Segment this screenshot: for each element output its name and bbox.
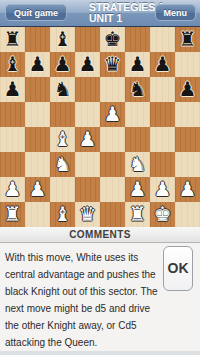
square-a5[interactable] [0, 102, 25, 127]
square-g1[interactable]: ♚ [150, 202, 175, 227]
square-c4[interactable]: ♝ [50, 127, 75, 152]
black-bishop: ♝ [50, 27, 75, 52]
square-b2[interactable]: ♟ [25, 177, 50, 202]
menu-button[interactable]: Menu [155, 4, 197, 21]
square-d3[interactable] [75, 152, 100, 177]
white-pawn: ♟ [0, 177, 25, 202]
square-h1[interactable] [175, 202, 200, 227]
square-b3[interactable] [25, 152, 50, 177]
square-e8[interactable]: ♚ [100, 27, 125, 52]
square-f1[interactable]: ♜ [125, 202, 150, 227]
square-d8[interactable] [75, 27, 100, 52]
square-d7[interactable]: ♟ [75, 52, 100, 77]
quit-game-button[interactable]: Quit game [5, 4, 67, 21]
square-a1[interactable]: ♜ [0, 202, 25, 227]
white-king: ♚ [150, 202, 175, 227]
square-h5[interactable] [175, 102, 200, 127]
square-h4[interactable] [175, 127, 200, 152]
square-b7[interactable]: ♟ [25, 52, 50, 77]
black-pawn: ♟ [150, 52, 175, 77]
square-f2[interactable]: ♟ [125, 177, 150, 202]
white-rook: ♜ [125, 202, 150, 227]
square-a8[interactable]: ♜ [0, 27, 25, 52]
square-b5[interactable] [25, 102, 50, 127]
black-pawn: ♟ [50, 52, 75, 77]
square-b1[interactable] [25, 202, 50, 227]
black-king: ♚ [100, 27, 125, 52]
square-c5[interactable] [50, 102, 75, 127]
square-b8[interactable] [25, 27, 50, 52]
square-d4[interactable]: ♟ [75, 127, 100, 152]
square-e3[interactable] [100, 152, 125, 177]
square-c2[interactable] [50, 177, 75, 202]
square-d1[interactable]: ♛ [75, 202, 100, 227]
page-title: STRATEGIES 1 UNIT 1 [89, 2, 164, 24]
white-knight: ♞ [50, 152, 75, 177]
square-c3[interactable]: ♞ [50, 152, 75, 177]
square-e7[interactable]: ♛ [100, 52, 125, 77]
square-c1[interactable]: ♝ [50, 202, 75, 227]
bottom-strip [0, 351, 200, 355]
black-queen: ♛ [100, 52, 125, 77]
square-h2[interactable]: ♟ [175, 177, 200, 202]
square-h8[interactable]: ♜ [175, 27, 200, 52]
square-d5[interactable] [75, 102, 100, 127]
square-c7[interactable]: ♟ [50, 52, 75, 77]
square-a4[interactable] [0, 127, 25, 152]
square-a2[interactable]: ♟ [0, 177, 25, 202]
black-knight: ♞ [125, 77, 150, 102]
square-f7[interactable]: ♟ [125, 52, 150, 77]
square-h6[interactable]: ♟ [175, 77, 200, 102]
page-title-line2: UNIT 1 [89, 13, 164, 24]
comments-header: COMMENTS [0, 227, 200, 243]
comment-text: With this move, White uses its central a… [5, 252, 158, 348]
square-f3[interactable]: ♞ [125, 152, 150, 177]
square-f5[interactable] [125, 102, 150, 127]
black-bishop: ♝ [0, 52, 25, 77]
black-rook: ♜ [0, 27, 25, 52]
square-e1[interactable] [100, 202, 125, 227]
black-pawn: ♟ [125, 52, 150, 77]
square-a3[interactable] [0, 152, 25, 177]
square-g4[interactable] [150, 127, 175, 152]
comments-header-label: COMMENTS [69, 229, 131, 240]
white-pawn: ♟ [75, 127, 100, 152]
white-bishop: ♝ [50, 202, 75, 227]
black-pawn: ♟ [0, 77, 25, 102]
square-d6[interactable] [75, 77, 100, 102]
square-g8[interactable] [150, 27, 175, 52]
square-c6[interactable]: ♞ [50, 77, 75, 102]
black-pawn: ♟ [75, 52, 100, 77]
square-e5[interactable]: ♟ [100, 102, 125, 127]
comment-panel: With this move, White uses its central a… [0, 243, 200, 351]
square-a6[interactable]: ♟ [0, 77, 25, 102]
square-h3[interactable] [175, 152, 200, 177]
square-g5[interactable] [150, 102, 175, 127]
white-pawn: ♟ [175, 177, 200, 202]
black-pawn: ♟ [25, 52, 50, 77]
nav-bar: Quit game STRATEGIES 1 UNIT 1 Menu [0, 0, 200, 27]
white-pawn: ♟ [100, 102, 125, 127]
black-pawn: ♟ [175, 77, 200, 102]
square-e2[interactable] [100, 177, 125, 202]
white-knight: ♞ [125, 152, 150, 177]
black-knight: ♞ [50, 77, 75, 102]
square-f8[interactable] [125, 27, 150, 52]
white-pawn: ♟ [150, 177, 175, 202]
square-h7[interactable] [175, 52, 200, 77]
square-g6[interactable] [150, 77, 175, 102]
square-g3[interactable] [150, 152, 175, 177]
white-pawn: ♟ [25, 177, 50, 202]
square-c8[interactable]: ♝ [50, 27, 75, 52]
square-b4[interactable] [25, 127, 50, 152]
square-d2[interactable] [75, 177, 100, 202]
white-bishop: ♝ [50, 127, 75, 152]
square-a7[interactable]: ♝ [0, 52, 25, 77]
square-g2[interactable]: ♟ [150, 177, 175, 202]
square-f6[interactable]: ♞ [125, 77, 150, 102]
square-g7[interactable]: ♟ [150, 52, 175, 77]
square-f4[interactable] [125, 127, 150, 152]
ok-button[interactable]: OK [163, 246, 193, 291]
white-pawn: ♟ [125, 177, 150, 202]
square-b6[interactable] [25, 77, 50, 102]
white-queen: ♛ [75, 202, 100, 227]
chess-board: ♜♝♚♜♝♟♟♟♛♟♟♟♞♞♟♟♝♟♞♞♟♟♟♟♟♜♝♛♜♚ [0, 27, 200, 227]
square-e6[interactable] [100, 77, 125, 102]
black-rook: ♜ [175, 27, 200, 52]
white-rook: ♜ [0, 202, 25, 227]
square-e4[interactable] [100, 127, 125, 152]
